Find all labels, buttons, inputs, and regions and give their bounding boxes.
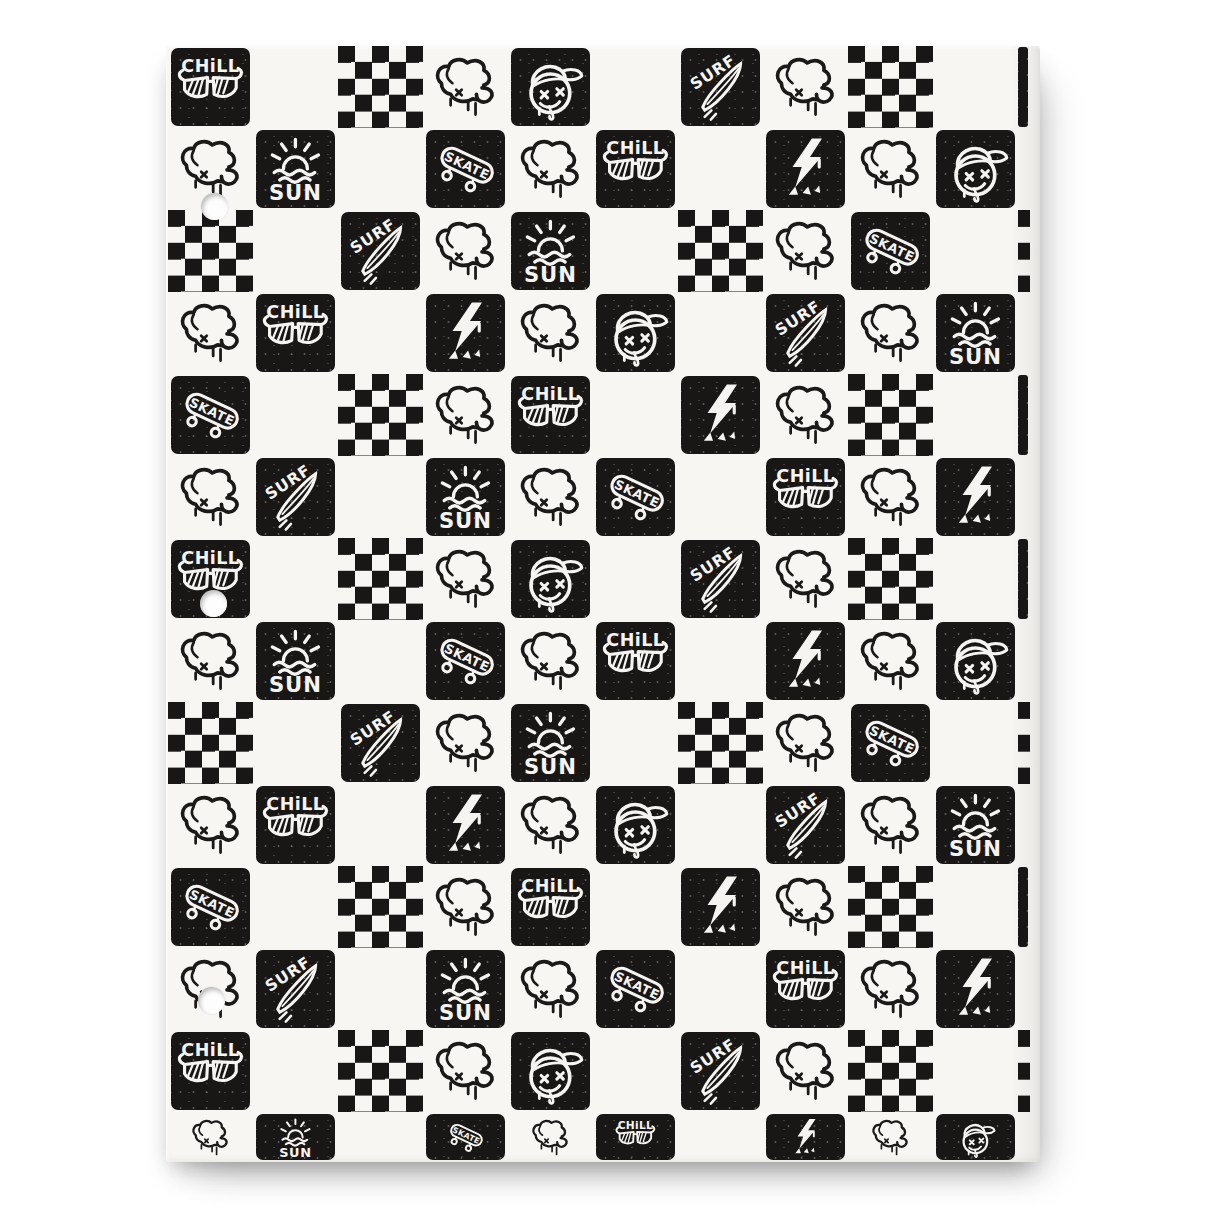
- mini-checker-pattern: [338, 374, 423, 456]
- tile-r1c5-smiley: [508, 46, 593, 128]
- tile-r13c10-empty: [933, 1030, 1018, 1112]
- tile-r5c8-shaka: [763, 374, 848, 456]
- tile-r7c8-shaka: [763, 538, 848, 620]
- shaka-hand-icon: [853, 132, 928, 206]
- shaka-hand-icon: [428, 50, 503, 124]
- tile-r2c10-smiley: [933, 128, 1018, 210]
- tile-r2c7-empty: [678, 128, 763, 210]
- chill-icon: [258, 788, 333, 862]
- tile-r2c9-shaka: [848, 128, 933, 210]
- shaka-hand-icon: [428, 1034, 503, 1108]
- surf-icon: [258, 952, 333, 1026]
- tile-r4c8-surf: [763, 292, 848, 374]
- smiley-icon: [513, 1034, 588, 1108]
- tile-r11c6-empty: [593, 866, 678, 948]
- skate-icon: [853, 706, 928, 780]
- tile-r9c11-checker: [1018, 702, 1030, 784]
- chill-icon: [768, 460, 843, 534]
- tile-r11c3-checker: [338, 866, 423, 948]
- black-tile: [1018, 867, 1028, 947]
- mini-checker-pattern: [1018, 210, 1030, 292]
- mini-checker-pattern: [168, 702, 253, 784]
- bolt-icon: [428, 296, 503, 370]
- chill-icon: [598, 624, 673, 698]
- tile-r4c6-smiley: [593, 292, 678, 374]
- shaka-hand-icon: [853, 624, 928, 698]
- tile-r1c9-checker: [848, 46, 933, 128]
- shaka-hand-icon: [428, 378, 503, 452]
- skate-icon: [428, 624, 503, 698]
- tile-r11c10-empty: [933, 866, 1018, 948]
- shaka-hand-icon: [428, 870, 503, 944]
- tile-r1c1-chill: [168, 46, 253, 128]
- tile-r12c3-empty: [338, 948, 423, 1030]
- tile-r12c8-chill: [763, 948, 848, 1030]
- surf-icon: [343, 214, 418, 288]
- mini-checker-pattern: [678, 210, 763, 292]
- tile-r14c6-chill: [593, 1112, 678, 1162]
- tile-r2c5-shaka: [508, 128, 593, 210]
- tile-r2c6-chill: [593, 128, 678, 210]
- tile-r11c1-skate: [168, 866, 253, 948]
- tile-r3c4-shaka: [423, 210, 508, 292]
- tile-r10c5-shaka: [508, 784, 593, 866]
- tile-r7c3-checker: [338, 538, 423, 620]
- shaka-hand-icon: [513, 952, 588, 1026]
- tile-r6c6-skate: [593, 456, 678, 538]
- tile-r5c4-shaka: [423, 374, 508, 456]
- tile-r8c7-empty: [678, 620, 763, 702]
- chill-icon: [258, 296, 333, 370]
- tile-r4c9-shaka: [848, 292, 933, 374]
- shaka-hand-icon: [768, 50, 843, 124]
- skate-icon: [428, 132, 503, 206]
- skate-icon: [598, 952, 673, 1026]
- black-tile: [1018, 47, 1028, 127]
- smiley-icon: [938, 624, 1013, 698]
- tile-r4c11-empty: [1018, 292, 1030, 374]
- tile-r6c7-empty: [678, 456, 763, 538]
- tile-r10c9-shaka: [848, 784, 933, 866]
- tile-r6c5-shaka: [508, 456, 593, 538]
- tile-r8c9-shaka: [848, 620, 933, 702]
- punch-hole-1: [201, 193, 228, 220]
- product-photo: CHiLL SUN: [0, 0, 1214, 1214]
- chill-icon: [598, 1115, 673, 1160]
- tile-r1c8-shaka: [763, 46, 848, 128]
- tile-r1c3-checker: [338, 46, 423, 128]
- mini-checker-pattern: [848, 538, 933, 620]
- tile-r10c11-empty: [1018, 784, 1030, 866]
- shaka-hand-icon: [173, 788, 248, 862]
- tile-r5c3-checker: [338, 374, 423, 456]
- skate-icon: [853, 214, 928, 288]
- mini-checker-pattern: [678, 702, 763, 784]
- shaka-hand-icon: [173, 1115, 248, 1160]
- tile-r3c10-empty: [933, 210, 1018, 292]
- tile-r12c6-skate: [593, 948, 678, 1030]
- tile-r14c11-empty: [1018, 1112, 1030, 1162]
- surf-icon: [768, 296, 843, 370]
- sun-icon: [258, 1115, 333, 1160]
- folder-sheet: [166, 46, 1040, 1162]
- tile-r8c6-chill: [593, 620, 678, 702]
- tile-r3c2-empty: [253, 210, 338, 292]
- tile-r13c11-checker: [1018, 1030, 1030, 1112]
- tile-r3c8-shaka: [763, 210, 848, 292]
- tile-r14c7-empty: [678, 1112, 763, 1162]
- tile-r2c4-skate: [423, 128, 508, 210]
- bolt-icon: [938, 952, 1013, 1026]
- shaka-hand-icon: [173, 460, 248, 534]
- surf-icon: [768, 788, 843, 862]
- tile-r2c3-empty: [338, 128, 423, 210]
- tile-r7c11-chill: [1018, 538, 1030, 620]
- shaka-hand-icon: [428, 542, 503, 616]
- tile-r8c5-shaka: [508, 620, 593, 702]
- tile-r13c4-shaka: [423, 1030, 508, 1112]
- shaka-hand-icon: [513, 460, 588, 534]
- tile-r11c4-shaka: [423, 866, 508, 948]
- tile-r8c4-skate: [423, 620, 508, 702]
- tile-r6c11-empty: [1018, 456, 1030, 538]
- tile-r10c8-surf: [763, 784, 848, 866]
- tile-r4c3-empty: [338, 292, 423, 374]
- tile-r2c11-empty: [1018, 128, 1030, 210]
- punch-hole-3: [198, 987, 225, 1014]
- smiley-icon: [938, 132, 1013, 206]
- tile-r9c3-surf: [338, 702, 423, 784]
- tile-r11c11-skate: [1018, 866, 1030, 948]
- shaka-hand-icon: [768, 1034, 843, 1108]
- sun-icon: [938, 788, 1013, 862]
- mini-checker-pattern: [168, 210, 253, 292]
- shaka-hand-icon: [173, 624, 248, 698]
- tile-r8c2-sun: [253, 620, 338, 702]
- tile-r11c5-chill: [508, 866, 593, 948]
- tile-r11c9-checker: [848, 866, 933, 948]
- mini-checker-pattern: [848, 374, 933, 456]
- shaka-hand-icon: [853, 460, 928, 534]
- tile-r5c11-skate: [1018, 374, 1030, 456]
- tile-r3c1-checker: [168, 210, 253, 292]
- tile-r4c1-shaka: [168, 292, 253, 374]
- surf-icon: [683, 542, 758, 616]
- tile-r10c7-empty: [678, 784, 763, 866]
- tile-r3c3-surf: [338, 210, 423, 292]
- tile-r2c8-bolt: [763, 128, 848, 210]
- shaka-hand-icon: [173, 296, 248, 370]
- tile-r6c3-empty: [338, 456, 423, 538]
- tile-r11c7-bolt: [678, 866, 763, 948]
- tile-r5c9-checker: [848, 374, 933, 456]
- tile-r12c10-bolt: [933, 948, 1018, 1030]
- tile-r12c11-empty: [1018, 948, 1030, 1030]
- mini-checker-pattern: [1018, 702, 1030, 784]
- tile-r14c3-empty: [338, 1112, 423, 1162]
- tile-r14c1-shaka: [168, 1112, 253, 1162]
- tile-r4c2-chill: [253, 292, 338, 374]
- tile-r3c5-sun: [508, 210, 593, 292]
- tile-r8c8-bolt: [763, 620, 848, 702]
- tile-r1c11-chill: [1018, 46, 1030, 128]
- shaka-hand-icon: [513, 788, 588, 862]
- tile-r5c7-bolt: [678, 374, 763, 456]
- tile-r7c5-smiley: [508, 538, 593, 620]
- tile-r13c5-smiley: [508, 1030, 593, 1112]
- tile-r14c4-skate: [423, 1112, 508, 1162]
- smiley-icon: [598, 296, 673, 370]
- shaka-hand-icon: [768, 542, 843, 616]
- tile-r9c7-checker: [678, 702, 763, 784]
- bolt-icon: [768, 132, 843, 206]
- tile-r7c9-checker: [848, 538, 933, 620]
- tile-r4c10-sun: [933, 292, 1018, 374]
- sun-icon: [428, 952, 503, 1026]
- tile-r9c9-skate: [848, 702, 933, 784]
- tile-r13c6-empty: [593, 1030, 678, 1112]
- tile-r5c10-empty: [933, 374, 1018, 456]
- mini-checker-pattern: [338, 866, 423, 948]
- bolt-icon: [683, 378, 758, 452]
- tile-r13c7-surf: [678, 1030, 763, 1112]
- bolt-icon: [768, 624, 843, 698]
- shaka-hand-icon: [513, 132, 588, 206]
- tile-r13c9-checker: [848, 1030, 933, 1112]
- bolt-icon: [428, 788, 503, 862]
- tile-r10c2-chill: [253, 784, 338, 866]
- smiley-icon: [938, 1115, 1013, 1160]
- tile-r9c1-checker: [168, 702, 253, 784]
- tile-r3c6-empty: [593, 210, 678, 292]
- tile-r10c1-shaka: [168, 784, 253, 866]
- bolt-icon: [938, 460, 1013, 534]
- tile-r13c8-shaka: [763, 1030, 848, 1112]
- mini-checker-pattern: [338, 46, 423, 128]
- tile-r9c10-empty: [933, 702, 1018, 784]
- chill-icon: [513, 870, 588, 944]
- sun-icon: [258, 624, 333, 698]
- tile-r5c1-skate: [168, 374, 253, 456]
- tile-r8c1-shaka: [168, 620, 253, 702]
- mini-checker-pattern: [848, 866, 933, 948]
- shaka-hand-icon: [513, 624, 588, 698]
- pattern-grid: [168, 46, 1030, 1162]
- tile-r1c6-empty: [593, 46, 678, 128]
- tile-r6c8-chill: [763, 456, 848, 538]
- smiley-icon: [513, 542, 588, 616]
- tile-r5c6-empty: [593, 374, 678, 456]
- black-tile: [1018, 539, 1028, 619]
- punch-hole-2: [200, 590, 227, 617]
- tile-r9c2-empty: [253, 702, 338, 784]
- tile-r10c4-bolt: [423, 784, 508, 866]
- tile-r11c8-shaka: [763, 866, 848, 948]
- shaka-hand-icon: [768, 214, 843, 288]
- tile-r6c1-shaka: [168, 456, 253, 538]
- tile-r1c10-empty: [933, 46, 1018, 128]
- tile-r14c5-shaka: [508, 1112, 593, 1162]
- shaka-hand-icon: [853, 788, 928, 862]
- shaka-hand-icon: [768, 706, 843, 780]
- tile-r8c3-empty: [338, 620, 423, 702]
- surf-icon: [343, 706, 418, 780]
- tile-r10c3-empty: [338, 784, 423, 866]
- sun-icon: [938, 296, 1013, 370]
- mini-checker-pattern: [1018, 1030, 1030, 1112]
- tile-r14c9-shaka: [848, 1112, 933, 1162]
- surf-icon: [683, 1034, 758, 1108]
- sun-icon: [428, 460, 503, 534]
- skate-icon: [173, 378, 248, 452]
- surf-icon: [683, 50, 758, 124]
- tile-r9c4-shaka: [423, 702, 508, 784]
- tile-r12c9-shaka: [848, 948, 933, 1030]
- tile-r3c7-checker: [678, 210, 763, 292]
- smiley-icon: [598, 788, 673, 862]
- mini-checker-pattern: [338, 538, 423, 620]
- tile-r7c10-empty: [933, 538, 1018, 620]
- tile-r14c8-bolt: [763, 1112, 848, 1162]
- tile-r1c4-shaka: [423, 46, 508, 128]
- tile-r2c2-sun: [253, 128, 338, 210]
- tile-r13c2-empty: [253, 1030, 338, 1112]
- shaka-hand-icon: [513, 296, 588, 370]
- tile-r10c10-sun: [933, 784, 1018, 866]
- mini-checker-pattern: [848, 46, 933, 128]
- tile-r8c10-smiley: [933, 620, 1018, 702]
- tile-r8c11-empty: [1018, 620, 1030, 702]
- bolt-icon: [683, 870, 758, 944]
- chill-icon: [598, 132, 673, 206]
- tile-r5c2-empty: [253, 374, 338, 456]
- tile-r9c6-empty: [593, 702, 678, 784]
- tile-r12c7-empty: [678, 948, 763, 1030]
- sun-icon: [513, 214, 588, 288]
- shaka-hand-icon: [513, 1115, 588, 1160]
- skate-icon: [598, 460, 673, 534]
- tile-r9c8-shaka: [763, 702, 848, 784]
- sun-icon: [258, 132, 333, 206]
- smiley-icon: [513, 50, 588, 124]
- tile-r12c4-sun: [423, 948, 508, 1030]
- tile-r12c2-surf: [253, 948, 338, 1030]
- mini-checker-pattern: [338, 1030, 423, 1112]
- tile-r1c2-empty: [253, 46, 338, 128]
- skate-icon: [173, 870, 248, 944]
- tile-r10c6-smiley: [593, 784, 678, 866]
- tile-r14c2-sun: [253, 1112, 338, 1162]
- chill-icon: [768, 952, 843, 1026]
- tile-r5c5-chill: [508, 374, 593, 456]
- tile-r7c4-shaka: [423, 538, 508, 620]
- tile-r11c2-empty: [253, 866, 338, 948]
- tile-r7c6-empty: [593, 538, 678, 620]
- tile-r7c2-empty: [253, 538, 338, 620]
- shaka-hand-icon: [853, 952, 928, 1026]
- shaka-hand-icon: [428, 706, 503, 780]
- skate-icon: [428, 1115, 503, 1160]
- chill-icon: [513, 378, 588, 452]
- surf-icon: [258, 460, 333, 534]
- tile-r9c5-sun: [508, 702, 593, 784]
- shaka-hand-icon: [853, 1115, 928, 1160]
- sun-icon: [513, 706, 588, 780]
- tile-r13c1-chill: [168, 1030, 253, 1112]
- tile-r3c9-skate: [848, 210, 933, 292]
- tile-r6c4-sun: [423, 456, 508, 538]
- tile-r3c11-checker: [1018, 210, 1030, 292]
- shaka-hand-icon: [768, 870, 843, 944]
- black-tile: [1018, 375, 1028, 455]
- tile-r4c4-bolt: [423, 292, 508, 374]
- tile-r12c5-shaka: [508, 948, 593, 1030]
- shaka-hand-icon: [428, 214, 503, 288]
- tile-r6c10-bolt: [933, 456, 1018, 538]
- chill-icon: [173, 1034, 248, 1108]
- tile-r13c3-checker: [338, 1030, 423, 1112]
- shaka-hand-icon: [768, 378, 843, 452]
- tile-r6c2-surf: [253, 456, 338, 538]
- tile-r6c9-shaka: [848, 456, 933, 538]
- chill-icon: [173, 50, 248, 124]
- bolt-icon: [768, 1115, 843, 1160]
- tile-r7c7-surf: [678, 538, 763, 620]
- tile-r1c7-surf: [678, 46, 763, 128]
- tile-r4c5-shaka: [508, 292, 593, 374]
- tile-r4c7-empty: [678, 292, 763, 374]
- tile-r14c10-smiley: [933, 1112, 1018, 1162]
- shaka-hand-icon: [853, 296, 928, 370]
- mini-checker-pattern: [848, 1030, 933, 1112]
